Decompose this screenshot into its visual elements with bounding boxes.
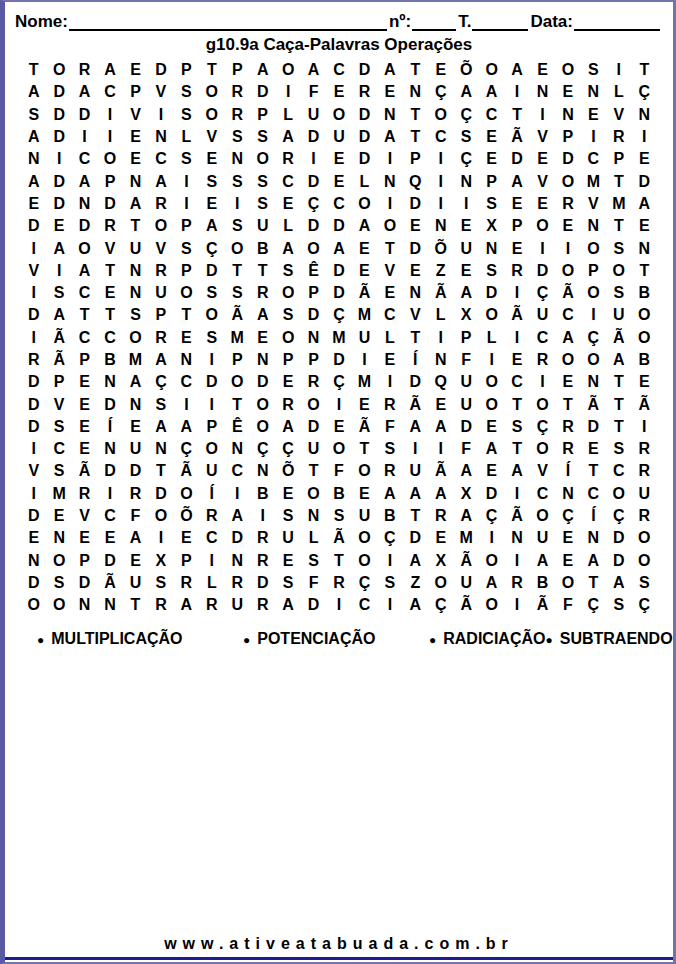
grid-cell[interactable]: Ã	[352, 282, 377, 304]
grid-cell[interactable]: A	[275, 237, 300, 259]
grid-cell[interactable]: O	[632, 327, 657, 349]
grid-cell[interactable]: A	[403, 550, 428, 572]
grid-cell[interactable]: N	[403, 282, 428, 304]
grid-cell[interactable]: Ã	[453, 550, 478, 572]
grid-cell[interactable]: A	[326, 237, 351, 259]
grid-cell[interactable]: A	[377, 59, 402, 81]
grid-cell[interactable]: O	[21, 594, 46, 616]
grid-cell[interactable]: E	[199, 148, 224, 170]
grid-cell[interactable]: Ç	[199, 237, 224, 259]
grid-cell[interactable]: A	[123, 371, 148, 393]
grid-cell[interactable]: D	[97, 550, 122, 572]
grid-cell[interactable]: O	[199, 104, 224, 126]
grid-cell[interactable]: D	[403, 527, 428, 549]
grid-cell[interactable]: E	[275, 483, 300, 505]
grid-cell[interactable]: I	[199, 393, 224, 415]
grid-cell[interactable]: R	[21, 349, 46, 371]
grid-cell[interactable]: I	[530, 237, 555, 259]
grid-cell[interactable]: V	[530, 460, 555, 482]
grid-cell[interactable]: F	[326, 460, 351, 482]
grid-cell[interactable]: D	[301, 416, 326, 438]
grid-cell[interactable]: D	[72, 215, 97, 237]
grid-cell[interactable]: C	[225, 460, 250, 482]
grid-cell[interactable]: A	[225, 505, 250, 527]
grid-cell[interactable]: I	[377, 193, 402, 215]
grid-cell[interactable]: O	[555, 349, 580, 371]
grid-cell[interactable]: P	[479, 170, 504, 192]
grid-cell[interactable]: T	[97, 260, 122, 282]
grid-cell[interactable]: N	[555, 483, 580, 505]
grid-cell[interactable]: I	[555, 237, 580, 259]
grid-cell[interactable]: E	[97, 282, 122, 304]
grid-cell[interactable]: S	[250, 126, 275, 148]
grid-cell[interactable]: S	[377, 572, 402, 594]
grid-cell[interactable]: V	[199, 126, 224, 148]
grid-cell[interactable]: O	[275, 59, 300, 81]
grid-cell[interactable]: V	[148, 237, 173, 259]
grid-cell[interactable]: B	[326, 483, 351, 505]
grid-cell[interactable]: N	[123, 170, 148, 192]
grid-cell[interactable]: Ç	[530, 282, 555, 304]
grid-cell[interactable]: I	[377, 550, 402, 572]
grid-cell[interactable]: T	[21, 59, 46, 81]
grid-cell[interactable]: Ã	[555, 282, 580, 304]
grid-cell[interactable]: Õ	[428, 237, 453, 259]
grid-cell[interactable]: Ã	[530, 594, 555, 616]
grid-cell[interactable]: Ã	[225, 304, 250, 326]
grid-cell[interactable]: S	[606, 282, 631, 304]
grid-cell[interactable]: E	[453, 260, 478, 282]
grid-cell[interactable]: D	[46, 193, 71, 215]
grid-cell[interactable]: A	[504, 59, 529, 81]
grid-cell[interactable]: O	[174, 483, 199, 505]
grid-cell[interactable]: I	[225, 193, 250, 215]
grid-cell[interactable]: E	[352, 483, 377, 505]
grid-cell[interactable]: X	[453, 483, 478, 505]
grid-cell[interactable]: N	[72, 193, 97, 215]
grid-cell[interactable]: P	[403, 148, 428, 170]
grid-cell[interactable]: M	[326, 327, 351, 349]
grid-cell[interactable]: U	[123, 572, 148, 594]
grid-cell[interactable]: U	[326, 126, 351, 148]
grid-cell[interactable]: M	[46, 483, 71, 505]
grid-cell[interactable]: T	[403, 59, 428, 81]
grid-cell[interactable]: I	[275, 81, 300, 103]
grid-cell[interactable]: T	[199, 59, 224, 81]
grid-cell[interactable]: Ç	[428, 81, 453, 103]
grid-cell[interactable]: C	[72, 148, 97, 170]
grid-cell[interactable]: D	[72, 572, 97, 594]
grid-cell[interactable]: U	[606, 304, 631, 326]
grid-cell[interactable]: M	[453, 527, 478, 549]
grid-cell[interactable]: Ã	[504, 304, 529, 326]
grid-cell[interactable]: D	[632, 170, 657, 192]
grid-cell[interactable]: O	[46, 594, 71, 616]
grid-cell[interactable]: E	[123, 59, 148, 81]
grid-cell[interactable]: E	[72, 438, 97, 460]
grid-cell[interactable]: V	[123, 104, 148, 126]
grid-cell[interactable]: M	[123, 349, 148, 371]
grid-cell[interactable]: S	[275, 505, 300, 527]
grid-cell[interactable]: C	[530, 483, 555, 505]
grid-cell[interactable]: X	[428, 550, 453, 572]
grid-cell[interactable]: S	[174, 237, 199, 259]
grid-cell[interactable]: S	[275, 260, 300, 282]
grid-cell[interactable]: P	[504, 215, 529, 237]
grid-cell[interactable]: T	[225, 393, 250, 415]
grid-cell[interactable]: O	[479, 371, 504, 393]
grid-cell[interactable]: N	[148, 438, 173, 460]
grid-cell[interactable]: E	[275, 550, 300, 572]
grid-cell[interactable]: O	[352, 193, 377, 215]
grid-cell[interactable]: R	[123, 483, 148, 505]
grid-cell[interactable]: O	[301, 483, 326, 505]
grid-cell[interactable]: P	[174, 215, 199, 237]
grid-cell[interactable]: Ç	[606, 505, 631, 527]
grid-cell[interactable]: C	[377, 304, 402, 326]
grid-cell[interactable]: D	[199, 371, 224, 393]
grid-cell[interactable]: R	[148, 260, 173, 282]
grid-cell[interactable]: S	[301, 550, 326, 572]
grid-cell[interactable]: A	[97, 59, 122, 81]
grid-cell[interactable]: E	[377, 282, 402, 304]
grid-cell[interactable]: P	[606, 148, 631, 170]
grid-cell[interactable]: T	[581, 460, 606, 482]
grid-cell[interactable]: D	[46, 170, 71, 192]
grid-cell[interactable]: O	[326, 104, 351, 126]
grid-cell[interactable]: E	[377, 349, 402, 371]
grid-cell[interactable]: Í	[555, 460, 580, 482]
grid-cell[interactable]: B	[632, 349, 657, 371]
grid-cell[interactable]: O	[530, 438, 555, 460]
grid-cell[interactable]: D	[301, 170, 326, 192]
grid-cell[interactable]: R	[326, 572, 351, 594]
grid-cell[interactable]: D	[21, 572, 46, 594]
grid-cell[interactable]: T	[174, 304, 199, 326]
grid-cell[interactable]: S	[479, 260, 504, 282]
grid-cell[interactable]: S	[606, 237, 631, 259]
grid-cell[interactable]: E	[352, 393, 377, 415]
grid-cell[interactable]: E	[352, 237, 377, 259]
grid-cell[interactable]: E	[479, 148, 504, 170]
grid-cell[interactable]: Ê	[301, 260, 326, 282]
grid-cell[interactable]: C	[326, 193, 351, 215]
grid-cell[interactable]: A	[72, 260, 97, 282]
grid-cell[interactable]: B	[377, 505, 402, 527]
grid-cell[interactable]: O	[199, 438, 224, 460]
grid-cell[interactable]: B	[97, 349, 122, 371]
grid-cell[interactable]: R	[377, 393, 402, 415]
grid-cell[interactable]: Z	[428, 260, 453, 282]
grid-cell[interactable]: Ã	[428, 282, 453, 304]
grid-cell[interactable]: Ã	[326, 527, 351, 549]
grid-cell[interactable]: M	[581, 170, 606, 192]
grid-cell[interactable]: M	[352, 371, 377, 393]
grid-cell[interactable]: N	[555, 104, 580, 126]
grid-cell[interactable]: U	[225, 594, 250, 616]
grid-cell[interactable]: O	[479, 59, 504, 81]
grid-cell[interactable]: P	[301, 349, 326, 371]
grid-cell[interactable]: Õ	[453, 59, 478, 81]
grid-cell[interactable]: D	[21, 304, 46, 326]
grid-cell[interactable]: S	[225, 126, 250, 148]
grid-cell[interactable]: R	[606, 126, 631, 148]
grid-cell[interactable]: C	[581, 148, 606, 170]
grid-cell[interactable]: O	[72, 237, 97, 259]
grid-cell[interactable]: I	[326, 594, 351, 616]
grid-cell[interactable]: O	[555, 260, 580, 282]
grid-cell[interactable]: I	[504, 282, 529, 304]
grid-cell[interactable]: D	[326, 260, 351, 282]
grid-cell[interactable]: I	[530, 371, 555, 393]
grid-cell[interactable]: T	[632, 59, 657, 81]
grid-cell[interactable]: B	[530, 572, 555, 594]
grid-cell[interactable]: T	[403, 104, 428, 126]
grid-cell[interactable]: D	[301, 594, 326, 616]
grid-cell[interactable]: C	[72, 282, 97, 304]
grid-cell[interactable]: O	[301, 393, 326, 415]
grid-cell[interactable]: I	[97, 126, 122, 148]
grid-cell[interactable]: O	[581, 237, 606, 259]
grid-cell[interactable]: D	[479, 282, 504, 304]
grid-cell[interactable]: L	[199, 572, 224, 594]
grid-cell[interactable]: D	[46, 126, 71, 148]
grid-cell[interactable]: T	[403, 126, 428, 148]
grid-cell[interactable]: Ã	[46, 349, 71, 371]
grid-cell[interactable]: U	[123, 438, 148, 460]
grid-cell[interactable]: D	[326, 215, 351, 237]
grid-cell[interactable]: P	[174, 59, 199, 81]
grid-cell[interactable]: C	[352, 594, 377, 616]
grid-cell[interactable]: Í	[403, 349, 428, 371]
grid-cell[interactable]: E	[199, 193, 224, 215]
grid-cell[interactable]: I	[453, 193, 478, 215]
grid-cell[interactable]: E	[21, 527, 46, 549]
grid-cell[interactable]: V	[72, 505, 97, 527]
grid-cell[interactable]: I	[301, 148, 326, 170]
grid-cell[interactable]: R	[225, 572, 250, 594]
grid-cell[interactable]: A	[46, 237, 71, 259]
grid-cell[interactable]: A	[403, 594, 428, 616]
grid-cell[interactable]: T	[123, 594, 148, 616]
grid-cell[interactable]: D	[352, 148, 377, 170]
grid-cell[interactable]: V	[403, 304, 428, 326]
grid-cell[interactable]: I	[148, 527, 173, 549]
grid-cell[interactable]: I	[21, 483, 46, 505]
grid-cell[interactable]: A	[453, 505, 478, 527]
grid-cell[interactable]: Ã	[504, 126, 529, 148]
grid-cell[interactable]: Ã	[403, 393, 428, 415]
grid-cell[interactable]: C	[46, 438, 71, 460]
grid-cell[interactable]: A	[504, 170, 529, 192]
grid-cell[interactable]: P	[174, 260, 199, 282]
grid-cell[interactable]: O	[275, 327, 300, 349]
grid-cell[interactable]: N	[21, 550, 46, 572]
grid-cell[interactable]: Ç	[453, 104, 478, 126]
grid-cell[interactable]: R	[632, 505, 657, 527]
class-blank-field[interactable]	[472, 13, 528, 31]
grid-cell[interactable]: R	[632, 438, 657, 460]
grid-cell[interactable]: T	[250, 260, 275, 282]
grid-cell[interactable]: O	[250, 393, 275, 415]
grid-cell[interactable]: E	[123, 148, 148, 170]
grid-cell[interactable]: S	[326, 505, 351, 527]
grid-cell[interactable]: O	[555, 572, 580, 594]
grid-cell[interactable]: O	[581, 282, 606, 304]
grid-cell[interactable]: D	[225, 527, 250, 549]
grid-cell[interactable]: N	[581, 527, 606, 549]
grid-cell[interactable]: T	[72, 304, 97, 326]
grid-cell[interactable]: I	[428, 148, 453, 170]
grid-cell[interactable]: P	[123, 81, 148, 103]
grid-cell[interactable]: C	[606, 460, 631, 482]
grid-cell[interactable]: P	[555, 126, 580, 148]
grid-cell[interactable]: A	[606, 349, 631, 371]
grid-cell[interactable]: E	[326, 416, 351, 438]
grid-cell[interactable]: F	[453, 438, 478, 460]
grid-cell[interactable]: E	[428, 527, 453, 549]
grid-cell[interactable]: N	[250, 349, 275, 371]
grid-cell[interactable]: T	[403, 327, 428, 349]
grid-cell[interactable]: O	[174, 282, 199, 304]
grid-cell[interactable]: I	[632, 126, 657, 148]
grid-cell[interactable]: E	[72, 527, 97, 549]
grid-cell[interactable]: S	[46, 460, 71, 482]
grid-cell[interactable]: O	[250, 416, 275, 438]
grid-cell[interactable]: A	[555, 327, 580, 349]
grid-cell[interactable]: C	[199, 527, 224, 549]
grid-cell[interactable]: N	[530, 81, 555, 103]
grid-cell[interactable]: R	[225, 104, 250, 126]
grid-cell[interactable]: S	[606, 438, 631, 460]
grid-cell[interactable]: P	[174, 550, 199, 572]
grid-cell[interactable]: U	[453, 572, 478, 594]
grid-cell[interactable]: A	[479, 438, 504, 460]
number-blank-field[interactable]	[412, 13, 456, 31]
grid-cell[interactable]: I	[428, 327, 453, 349]
grid-cell[interactable]: I	[148, 104, 173, 126]
grid-cell[interactable]: S	[453, 126, 478, 148]
grid-cell[interactable]: N	[428, 215, 453, 237]
grid-cell[interactable]: E	[555, 215, 580, 237]
grid-cell[interactable]: E	[72, 416, 97, 438]
grid-cell[interactable]: S	[275, 304, 300, 326]
grid-cell[interactable]: R	[530, 349, 555, 371]
grid-cell[interactable]: N	[148, 126, 173, 148]
grid-cell[interactable]: V	[581, 193, 606, 215]
grid-cell[interactable]: V	[377, 260, 402, 282]
grid-cell[interactable]: A	[377, 483, 402, 505]
grid-cell[interactable]: T	[403, 505, 428, 527]
grid-cell[interactable]: O	[352, 527, 377, 549]
grid-cell[interactable]: R	[148, 594, 173, 616]
grid-cell[interactable]: Ç	[326, 371, 351, 393]
grid-cell[interactable]: O	[555, 170, 580, 192]
grid-cell[interactable]: R	[555, 438, 580, 460]
grid-cell[interactable]: S	[199, 327, 224, 349]
grid-cell[interactable]: N	[632, 104, 657, 126]
grid-cell[interactable]: O	[250, 148, 275, 170]
grid-cell[interactable]: O	[555, 59, 580, 81]
grid-cell[interactable]: N	[123, 282, 148, 304]
grid-cell[interactable]: U	[453, 371, 478, 393]
grid-cell[interactable]: D	[250, 572, 275, 594]
grid-cell[interactable]: O	[479, 550, 504, 572]
grid-cell[interactable]: R	[199, 594, 224, 616]
grid-cell[interactable]: E	[453, 215, 478, 237]
grid-cell[interactable]: N	[225, 438, 250, 460]
grid-cell[interactable]: N	[97, 594, 122, 616]
grid-cell[interactable]: O	[225, 371, 250, 393]
grid-cell[interactable]: I	[428, 170, 453, 192]
grid-cell[interactable]: E	[479, 460, 504, 482]
grid-cell[interactable]: Ç	[148, 371, 173, 393]
grid-cell[interactable]: O	[352, 550, 377, 572]
grid-cell[interactable]: A	[148, 170, 173, 192]
grid-cell[interactable]: U	[275, 527, 300, 549]
grid-cell[interactable]: P	[453, 327, 478, 349]
grid-cell[interactable]: I	[21, 327, 46, 349]
grid-cell[interactable]: E	[403, 215, 428, 237]
grid-cell[interactable]: Ç	[250, 438, 275, 460]
grid-cell[interactable]: I	[21, 237, 46, 259]
grid-cell[interactable]: I	[174, 193, 199, 215]
grid-cell[interactable]: D	[301, 126, 326, 148]
grid-cell[interactable]: Í	[97, 416, 122, 438]
grid-cell[interactable]: O	[199, 81, 224, 103]
grid-cell[interactable]: A	[250, 59, 275, 81]
grid-cell[interactable]: S	[225, 282, 250, 304]
grid-cell[interactable]: E	[326, 170, 351, 192]
grid-cell[interactable]: V	[606, 104, 631, 126]
grid-cell[interactable]: T	[606, 393, 631, 415]
grid-cell[interactable]: S	[504, 416, 529, 438]
grid-cell[interactable]: N	[377, 170, 402, 192]
grid-cell[interactable]: R	[377, 460, 402, 482]
grid-cell[interactable]: R	[250, 527, 275, 549]
grid-cell[interactable]: D	[326, 282, 351, 304]
grid-cell[interactable]: V	[530, 170, 555, 192]
grid-cell[interactable]: T	[581, 572, 606, 594]
grid-cell[interactable]: S	[46, 416, 71, 438]
grid-cell[interactable]: C	[581, 483, 606, 505]
grid-cell[interactable]: O	[530, 393, 555, 415]
grid-cell[interactable]: P	[97, 170, 122, 192]
grid-cell[interactable]: R	[632, 460, 657, 482]
grid-cell[interactable]: A	[377, 126, 402, 148]
grid-cell[interactable]: U	[123, 237, 148, 259]
grid-cell[interactable]: U	[632, 483, 657, 505]
grid-cell[interactable]: P	[148, 304, 173, 326]
grid-cell[interactable]: P	[46, 371, 71, 393]
grid-cell[interactable]: S	[632, 572, 657, 594]
grid-cell[interactable]: I	[377, 594, 402, 616]
grid-cell[interactable]: A	[275, 126, 300, 148]
grid-cell[interactable]: E	[632, 371, 657, 393]
grid-cell[interactable]: I	[403, 438, 428, 460]
grid-cell[interactable]: S	[199, 282, 224, 304]
grid-cell[interactable]: P	[275, 349, 300, 371]
grid-cell[interactable]: C	[479, 104, 504, 126]
grid-cell[interactable]: Ç	[581, 594, 606, 616]
grid-cell[interactable]: Ã	[352, 416, 377, 438]
grid-cell[interactable]: U	[453, 393, 478, 415]
grid-cell[interactable]: M	[352, 304, 377, 326]
grid-cell[interactable]: N	[72, 594, 97, 616]
grid-cell[interactable]: A	[174, 416, 199, 438]
grid-cell[interactable]: B	[250, 483, 275, 505]
grid-cell[interactable]: A	[148, 416, 173, 438]
